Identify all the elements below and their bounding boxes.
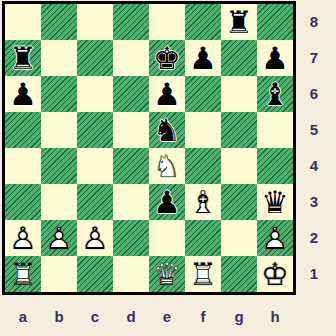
file-label-e: e [149, 301, 185, 333]
square-c4[interactable] [77, 148, 113, 184]
black-queen[interactable]: ♛ [257, 184, 293, 220]
piece-glyph-fill: ♟ [149, 184, 185, 220]
white-king[interactable]: ♚♔ [257, 256, 293, 292]
square-d1[interactable] [113, 256, 149, 292]
file-label-h: h [257, 301, 293, 333]
square-g7[interactable] [221, 40, 257, 76]
square-a3[interactable] [5, 184, 41, 220]
square-c8[interactable] [77, 4, 113, 40]
rank-label-2: 2 [298, 220, 330, 256]
square-f2[interactable] [185, 220, 221, 256]
file-label-a: a [5, 301, 41, 333]
file-label-g: g [221, 301, 257, 333]
square-e7[interactable]: ♚ [149, 40, 185, 76]
rank-label-5: 5 [298, 112, 330, 148]
square-f1[interactable]: ♜♖ [185, 256, 221, 292]
square-g5[interactable] [221, 112, 257, 148]
square-c3[interactable] [77, 184, 113, 220]
square-g6[interactable] [221, 76, 257, 112]
rank-label-6: 6 [298, 76, 330, 112]
square-h6[interactable]: ♝ [257, 76, 293, 112]
white-knight[interactable]: ♞♘ [149, 148, 185, 184]
piece-glyph-fill: ♟ [5, 76, 41, 112]
square-a8[interactable] [5, 4, 41, 40]
piece-glyph-fill: ♚ [149, 40, 185, 76]
square-f4[interactable] [185, 148, 221, 184]
rank-label-1: 1 [298, 256, 330, 292]
square-h7[interactable]: ♟ [257, 40, 293, 76]
square-d3[interactable] [113, 184, 149, 220]
square-f6[interactable] [185, 76, 221, 112]
square-b4[interactable] [41, 148, 77, 184]
square-a2[interactable]: ♟♙ [5, 220, 41, 256]
square-e6[interactable]: ♟ [149, 76, 185, 112]
square-h8[interactable] [257, 4, 293, 40]
piece-glyph-fill: ♛ [257, 184, 293, 220]
piece-glyph-fill: ♟ [185, 40, 221, 76]
rank-label-7: 7 [298, 40, 330, 76]
square-g8[interactable]: ♜ [221, 4, 257, 40]
square-b2[interactable]: ♟♙ [41, 220, 77, 256]
square-h3[interactable]: ♛ [257, 184, 293, 220]
piece-glyph-fill: ♝ [257, 76, 293, 112]
file-label-b: b [41, 301, 77, 333]
file-label-f: f [185, 301, 221, 333]
square-b8[interactable] [41, 4, 77, 40]
square-b7[interactable] [41, 40, 77, 76]
square-d6[interactable] [113, 76, 149, 112]
black-knight[interactable]: ♞ [149, 112, 185, 148]
square-f8[interactable] [185, 4, 221, 40]
chess-diagram: ♜♜♚♟♟♟♟♝♞♞♘♟♝♗♛♟♙♟♙♟♙♟♙♜♖♛♕♜♖♚♔ 87654321… [0, 0, 336, 336]
square-d4[interactable] [113, 148, 149, 184]
square-e4[interactable]: ♞♘ [149, 148, 185, 184]
square-c2[interactable]: ♟♙ [77, 220, 113, 256]
piece-glyph-fill: ♟ [257, 40, 293, 76]
white-queen[interactable]: ♛♕ [149, 256, 185, 292]
square-c7[interactable] [77, 40, 113, 76]
black-pawn[interactable]: ♟ [185, 40, 221, 76]
square-h2[interactable]: ♟♙ [257, 220, 293, 256]
piece-glyph-fill: ♜ [221, 4, 257, 40]
white-rook[interactable]: ♜♖ [5, 256, 41, 292]
black-pawn[interactable]: ♟ [5, 76, 41, 112]
piece-glyph-stroke: ♗ [185, 184, 221, 220]
rank-coordinates: 87654321 [298, 1, 330, 295]
white-pawn[interactable]: ♟♙ [257, 220, 293, 256]
white-pawn[interactable]: ♟♙ [77, 220, 113, 256]
black-rook[interactable]: ♜ [221, 4, 257, 40]
rank-label-4: 4 [298, 148, 330, 184]
square-h5[interactable] [257, 112, 293, 148]
square-b1[interactable] [41, 256, 77, 292]
black-pawn[interactable]: ♟ [257, 40, 293, 76]
square-e8[interactable] [149, 4, 185, 40]
piece-glyph-stroke: ♔ [257, 256, 293, 292]
file-label-d: d [113, 301, 149, 333]
square-h1[interactable]: ♚♔ [257, 256, 293, 292]
piece-glyph-stroke: ♖ [5, 256, 41, 292]
piece-glyph-stroke: ♙ [41, 220, 77, 256]
square-g3[interactable] [221, 184, 257, 220]
square-g4[interactable] [221, 148, 257, 184]
piece-glyph-fill: ♟ [149, 76, 185, 112]
black-rook[interactable]: ♜ [5, 40, 41, 76]
square-c6[interactable] [77, 76, 113, 112]
square-b5[interactable] [41, 112, 77, 148]
square-e1[interactable]: ♛♕ [149, 256, 185, 292]
black-pawn[interactable]: ♟ [149, 76, 185, 112]
chess-board: ♜♜♚♟♟♟♟♝♞♞♘♟♝♗♛♟♙♟♙♟♙♟♙♜♖♛♕♜♖♚♔ [5, 4, 293, 292]
square-a7[interactable]: ♜ [5, 40, 41, 76]
file-label-c: c [77, 301, 113, 333]
white-bishop[interactable]: ♝♗ [185, 184, 221, 220]
rank-label-8: 8 [298, 4, 330, 40]
square-c1[interactable] [77, 256, 113, 292]
black-bishop[interactable]: ♝ [257, 76, 293, 112]
square-b3[interactable] [41, 184, 77, 220]
piece-glyph-stroke: ♙ [5, 220, 41, 256]
square-e5[interactable]: ♞ [149, 112, 185, 148]
black-king[interactable]: ♚ [149, 40, 185, 76]
square-h4[interactable] [257, 148, 293, 184]
piece-glyph-stroke: ♕ [149, 256, 185, 292]
square-f5[interactable] [185, 112, 221, 148]
piece-glyph-stroke: ♘ [149, 148, 185, 184]
square-c5[interactable] [77, 112, 113, 148]
rank-label-3: 3 [298, 184, 330, 220]
black-pawn[interactable]: ♟ [149, 184, 185, 220]
square-a6[interactable]: ♟ [5, 76, 41, 112]
piece-glyph-stroke: ♙ [77, 220, 113, 256]
square-d8[interactable] [113, 4, 149, 40]
piece-glyph-stroke: ♖ [185, 256, 221, 292]
piece-glyph-fill: ♜ [5, 40, 41, 76]
square-d7[interactable] [113, 40, 149, 76]
square-a4[interactable] [5, 148, 41, 184]
square-a1[interactable]: ♜♖ [5, 256, 41, 292]
square-e3[interactable]: ♟ [149, 184, 185, 220]
white-pawn[interactable]: ♟♙ [5, 220, 41, 256]
square-f7[interactable]: ♟ [185, 40, 221, 76]
square-b6[interactable] [41, 76, 77, 112]
white-rook[interactable]: ♜♖ [185, 256, 221, 292]
square-f3[interactable]: ♝♗ [185, 184, 221, 220]
square-g1[interactable] [221, 256, 257, 292]
square-a5[interactable] [5, 112, 41, 148]
piece-glyph-stroke: ♙ [257, 220, 293, 256]
white-pawn[interactable]: ♟♙ [41, 220, 77, 256]
piece-glyph-fill: ♞ [149, 112, 185, 148]
file-coordinates: abcdefgh [2, 301, 296, 333]
square-e2[interactable] [149, 220, 185, 256]
square-d2[interactable] [113, 220, 149, 256]
square-d5[interactable] [113, 112, 149, 148]
chess-board-frame: ♜♜♚♟♟♟♟♝♞♞♘♟♝♗♛♟♙♟♙♟♙♟♙♜♖♛♕♜♖♚♔ [2, 1, 296, 295]
square-g2[interactable] [221, 220, 257, 256]
